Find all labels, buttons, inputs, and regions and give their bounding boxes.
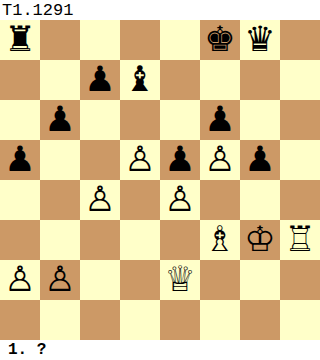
square-a6[interactable] xyxy=(0,100,40,140)
square-h4[interactable] xyxy=(280,180,320,220)
square-c3[interactable] xyxy=(80,220,120,260)
white-pawn-c4[interactable]: ♙ xyxy=(84,180,115,219)
white-pawn-b2[interactable]: ♙ xyxy=(44,260,75,299)
square-g5[interactable]: ♟ xyxy=(240,140,280,180)
move-prompt: 1. ? xyxy=(8,341,46,359)
square-g1[interactable] xyxy=(240,300,280,340)
square-g6[interactable] xyxy=(240,100,280,140)
square-f8[interactable]: ♚ xyxy=(200,20,240,60)
square-c8[interactable] xyxy=(80,20,120,60)
square-e6[interactable] xyxy=(160,100,200,140)
square-c2[interactable] xyxy=(80,260,120,300)
square-f4[interactable] xyxy=(200,180,240,220)
square-f5[interactable]: ♙ xyxy=(200,140,240,180)
square-b4[interactable] xyxy=(40,180,80,220)
square-c5[interactable] xyxy=(80,140,120,180)
square-d7[interactable]: ♝ xyxy=(120,60,160,100)
square-g8[interactable]: ♛ xyxy=(240,20,280,60)
square-d4[interactable] xyxy=(120,180,160,220)
black-pawn-g5[interactable]: ♟ xyxy=(244,140,275,179)
square-d8[interactable] xyxy=(120,20,160,60)
square-f3[interactable]: ♗ xyxy=(200,220,240,260)
square-h6[interactable] xyxy=(280,100,320,140)
square-e5[interactable]: ♟ xyxy=(160,140,200,180)
square-a2[interactable]: ♙ xyxy=(0,260,40,300)
square-c1[interactable] xyxy=(80,300,120,340)
white-pawn-e4[interactable]: ♙ xyxy=(164,180,195,219)
white-rook-h3[interactable]: ♖ xyxy=(284,220,315,259)
white-queen-e2[interactable]: ♕ xyxy=(164,260,195,299)
white-pawn-a2[interactable]: ♙ xyxy=(4,260,35,299)
square-c4[interactable]: ♙ xyxy=(80,180,120,220)
square-d1[interactable] xyxy=(120,300,160,340)
white-pawn-f5[interactable]: ♙ xyxy=(204,140,235,179)
square-c7[interactable]: ♟ xyxy=(80,60,120,100)
square-e4[interactable]: ♙ xyxy=(160,180,200,220)
square-d5[interactable]: ♙ xyxy=(120,140,160,180)
black-pawn-c7[interactable]: ♟ xyxy=(84,60,115,99)
square-h7[interactable] xyxy=(280,60,320,100)
square-a5[interactable]: ♟ xyxy=(0,140,40,180)
square-h1[interactable] xyxy=(280,300,320,340)
square-g2[interactable] xyxy=(240,260,280,300)
black-queen-g8[interactable]: ♛ xyxy=(244,20,275,59)
square-a8[interactable]: ♜ xyxy=(0,20,40,60)
square-h8[interactable] xyxy=(280,20,320,60)
square-b6[interactable]: ♟ xyxy=(40,100,80,140)
puzzle-id-label: T1.1291 xyxy=(2,1,73,20)
square-f2[interactable] xyxy=(200,260,240,300)
black-bishop-d7[interactable]: ♝ xyxy=(124,60,155,99)
white-bishop-f3[interactable]: ♗ xyxy=(204,220,235,259)
white-king-g3[interactable]: ♔ xyxy=(244,220,275,259)
square-f6[interactable]: ♟ xyxy=(200,100,240,140)
square-h5[interactable] xyxy=(280,140,320,180)
square-d3[interactable] xyxy=(120,220,160,260)
black-king-f8[interactable]: ♚ xyxy=(204,20,235,59)
square-a4[interactable] xyxy=(0,180,40,220)
square-b3[interactable] xyxy=(40,220,80,260)
white-pawn-d5[interactable]: ♙ xyxy=(124,140,155,179)
square-f1[interactable] xyxy=(200,300,240,340)
black-pawn-b6[interactable]: ♟ xyxy=(44,100,75,139)
square-f7[interactable] xyxy=(200,60,240,100)
square-h2[interactable] xyxy=(280,260,320,300)
square-g4[interactable] xyxy=(240,180,280,220)
square-b5[interactable] xyxy=(40,140,80,180)
square-b8[interactable] xyxy=(40,20,80,60)
square-h3[interactable]: ♖ xyxy=(280,220,320,260)
square-b7[interactable] xyxy=(40,60,80,100)
black-pawn-f6[interactable]: ♟ xyxy=(204,100,235,139)
square-e1[interactable] xyxy=(160,300,200,340)
square-d6[interactable] xyxy=(120,100,160,140)
square-a1[interactable] xyxy=(0,300,40,340)
square-b1[interactable] xyxy=(40,300,80,340)
square-a7[interactable] xyxy=(0,60,40,100)
square-e8[interactable] xyxy=(160,20,200,60)
black-rook-a8[interactable]: ♜ xyxy=(4,20,35,59)
chess-puzzle-page: T1.1291 ♜♚♛♟♝♟♟♟♙♟♙♟♙♙♗♔♖♙♙♕ 1. ? xyxy=(0,0,320,360)
chess-board[interactable]: ♜♚♛♟♝♟♟♟♙♟♙♟♙♙♗♔♖♙♙♕ xyxy=(0,20,320,340)
square-c6[interactable] xyxy=(80,100,120,140)
square-g3[interactable]: ♔ xyxy=(240,220,280,260)
square-b2[interactable]: ♙ xyxy=(40,260,80,300)
square-g7[interactable] xyxy=(240,60,280,100)
square-a3[interactable] xyxy=(0,220,40,260)
black-pawn-a5[interactable]: ♟ xyxy=(4,140,35,179)
square-e7[interactable] xyxy=(160,60,200,100)
square-e3[interactable] xyxy=(160,220,200,260)
square-e2[interactable]: ♕ xyxy=(160,260,200,300)
black-pawn-e5[interactable]: ♟ xyxy=(164,140,195,179)
square-d2[interactable] xyxy=(120,260,160,300)
